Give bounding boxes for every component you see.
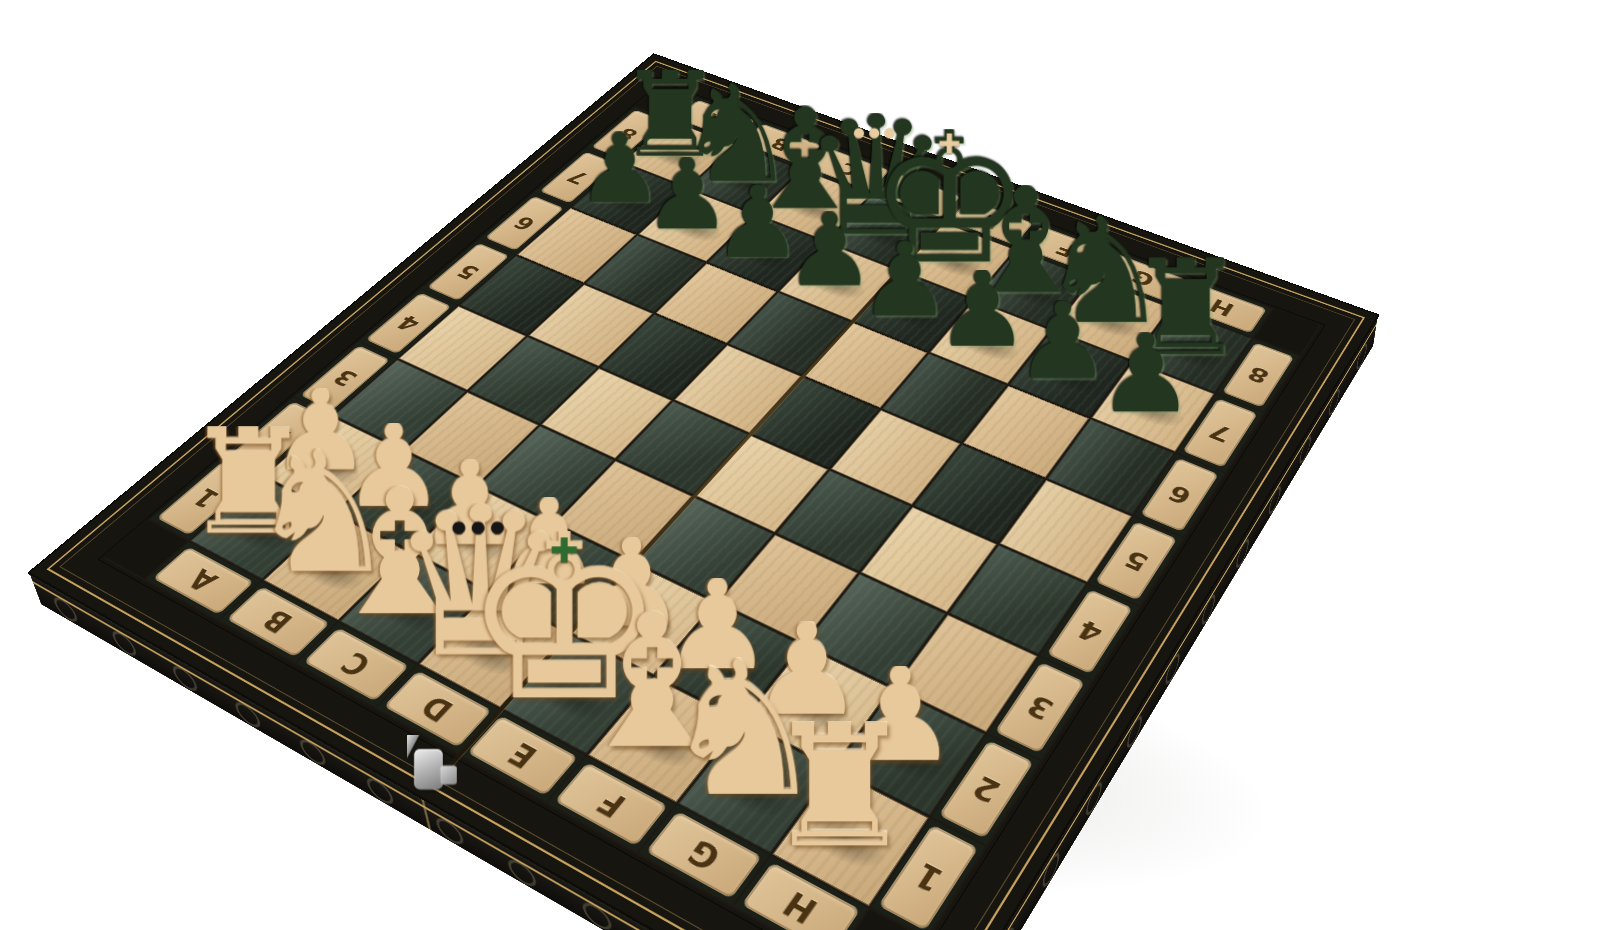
black-pawn-h7: ♟ (1096, 332, 1194, 417)
rank-label-7-right: 7 (1204, 418, 1237, 447)
file-label-e-near: E (500, 735, 544, 774)
rank-label-4-right: 4 (1071, 613, 1108, 648)
metal-clasp (406, 735, 449, 790)
rank-label-6-right: 6 (1162, 479, 1196, 510)
label-tile: 6 (1140, 458, 1219, 532)
label-tile: 3 (994, 662, 1085, 753)
pawn-icon: ♟ (1014, 300, 1110, 383)
file-label-g-near: G (679, 832, 727, 877)
file-label-f-near: F (588, 783, 632, 824)
file-label-h-near: H (776, 884, 825, 930)
folding-chessboard: ABCDEFGH8♜♞♝♛●●●♚✚♝♞♜87♟♟♟♟♟♟♟♟766554433… (30, 54, 1377, 930)
pawn-icon: ♟ (1096, 332, 1194, 417)
file-label-a-near: A (180, 563, 225, 597)
board-grid: ABCDEFGH8♜♞♝♛●●●♚✚♝♞♜87♟♟♟♟♟♟♟♟766554433… (103, 84, 1320, 930)
black-pawn-g7: ♟ (1014, 300, 1110, 383)
file-label-c-near: C (333, 646, 378, 683)
rank-label-2-right: 2 (966, 768, 1007, 809)
file-label-b-near: B (255, 604, 300, 640)
rank-label-5-left: 5 (451, 260, 486, 284)
rank-label-6-left: 6 (508, 212, 542, 235)
black-king-cross-finial-icon: ✚ (937, 130, 960, 157)
rank-label-3-right: 3 (1020, 688, 1059, 726)
clasp-body-icon (414, 749, 443, 789)
product-photo: ABCDEFGH8♜♞♝♛●●●♚✚♝♞♜87♟♟♟♟♟♟♟♟766554433… (0, 0, 1609, 930)
clasp-plate-icon (440, 766, 457, 785)
white-king-cross-finial-icon: ✚ (549, 533, 578, 567)
label-tile: G (645, 811, 762, 899)
rank-label-4-left: 4 (390, 310, 426, 335)
file-label-d-near: D (413, 689, 461, 729)
chessboard-scene: ABCDEFGH8♜♞♝♛●●●♚✚♝♞♜87♟♟♟♟♟♟♟♟766554433… (0, 0, 1609, 930)
rank-label-1-right: 1 (907, 855, 950, 899)
rook-icon: ♜ (763, 722, 914, 854)
rank-label-8-right: 8 (1242, 361, 1273, 388)
white-rook-h1: ♜ (763, 722, 914, 854)
rank-label-5-right: 5 (1118, 544, 1153, 577)
